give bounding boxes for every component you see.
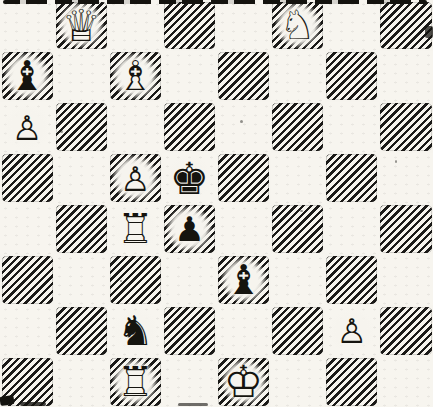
square-c2[interactable]: ♞ [108,305,162,356]
square-b8[interactable]: ♕ [54,0,108,51]
square-d6[interactable] [162,102,216,153]
white-pawn-g2[interactable]: ♙ [328,307,375,354]
square-h6[interactable] [379,102,433,153]
square-b6[interactable] [54,102,108,153]
white-queen-b8[interactable]: ♕ [58,2,105,49]
square-b5[interactable] [54,153,108,204]
black-bishop-e3[interactable]: ♝ [220,256,267,303]
square-d5[interactable]: ♚ [162,153,216,204]
black-knight-c2[interactable]: ♞ [112,307,159,354]
square-a2[interactable] [0,305,54,356]
square-a6[interactable]: ♙ [0,102,54,153]
square-a7[interactable]: ♝ [0,51,54,102]
square-e5[interactable] [217,153,271,204]
square-g6[interactable] [325,102,379,153]
square-d8[interactable] [162,0,216,51]
square-b2[interactable] [54,305,108,356]
square-b1[interactable] [54,356,108,407]
square-e1[interactable]: ♔ [217,356,271,407]
square-f7[interactable] [271,51,325,102]
square-g3[interactable] [325,254,379,305]
print-speck [240,120,243,123]
square-f4[interactable] [271,204,325,255]
print-speck [60,130,63,133]
white-knight-f8[interactable]: ♘ [274,2,321,49]
square-d7[interactable] [162,51,216,102]
square-d1[interactable] [162,356,216,407]
white-bishop-c7[interactable]: ♗ [112,53,159,100]
square-a5[interactable] [0,153,54,204]
white-king-e1[interactable]: ♔ [220,358,267,405]
square-f2[interactable] [271,305,325,356]
square-c5[interactable]: ♙ [108,153,162,204]
square-h3[interactable] [379,254,433,305]
white-rook-c1[interactable]: ♖ [112,358,159,405]
chess-diagram: ♕♘♝♗♙♙♚♖♟♝♞♙♖♔ [0,0,433,407]
square-c6[interactable] [108,102,162,153]
square-e6[interactable] [217,102,271,153]
square-g4[interactable] [325,204,379,255]
square-h2[interactable] [379,305,433,356]
square-e7[interactable] [217,51,271,102]
square-c4[interactable]: ♖ [108,204,162,255]
square-f8[interactable]: ♘ [271,0,325,51]
square-h5[interactable] [379,153,433,204]
white-rook-c4[interactable]: ♖ [112,205,159,252]
square-a3[interactable] [0,254,54,305]
square-e4[interactable] [217,204,271,255]
square-d2[interactable] [162,305,216,356]
print-speck [395,160,397,163]
black-bishop-a7[interactable]: ♝ [4,53,51,100]
square-f5[interactable] [271,153,325,204]
square-g8[interactable] [325,0,379,51]
square-b7[interactable] [54,51,108,102]
square-e2[interactable] [217,305,271,356]
square-g1[interactable] [325,356,379,407]
square-c3[interactable] [108,254,162,305]
black-pawn-d4[interactable]: ♟ [166,205,213,252]
square-a4[interactable] [0,204,54,255]
square-b4[interactable] [54,204,108,255]
print-artifact-top-rule [3,0,427,4]
print-artifact-smudge [178,403,208,406]
white-pawn-a6[interactable]: ♙ [4,104,51,151]
square-d4[interactable]: ♟ [162,204,216,255]
print-speck [300,210,303,212]
square-f1[interactable] [271,356,325,407]
square-c7[interactable]: ♗ [108,51,162,102]
square-g7[interactable] [325,51,379,102]
square-g2[interactable]: ♙ [325,305,379,356]
square-h1[interactable] [379,356,433,407]
chess-board: ♕♘♝♗♙♙♚♖♟♝♞♙♖♔ [0,0,433,407]
square-a8[interactable] [0,0,54,51]
square-h7[interactable] [379,51,433,102]
square-f6[interactable] [271,102,325,153]
square-e3[interactable]: ♝ [217,254,271,305]
square-e8[interactable] [217,0,271,51]
square-d3[interactable] [162,254,216,305]
black-king-d5[interactable]: ♚ [166,155,213,202]
print-speck [120,280,122,282]
print-artifact-smudge [425,26,433,38]
square-f3[interactable] [271,254,325,305]
white-pawn-c5[interactable]: ♙ [112,155,159,202]
square-c8[interactable] [108,0,162,51]
square-g5[interactable] [325,153,379,204]
square-h4[interactable] [379,204,433,255]
print-artifact-smudge [20,402,46,406]
square-b3[interactable] [54,254,108,305]
square-c1[interactable]: ♖ [108,356,162,407]
